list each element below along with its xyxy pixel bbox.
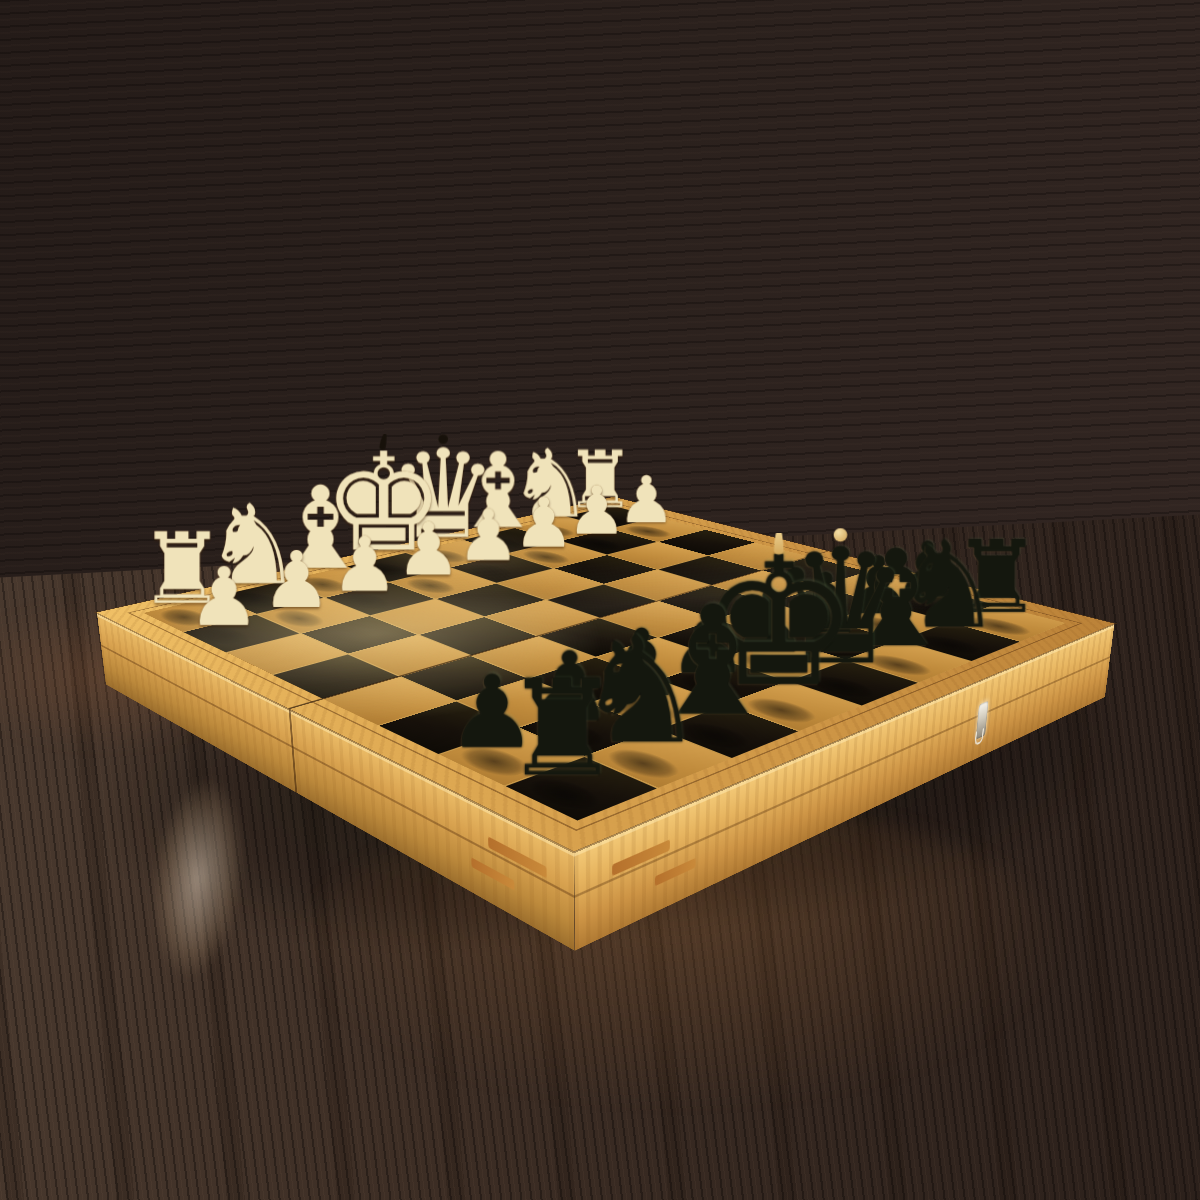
white-pawn[interactable]: ♟ xyxy=(513,489,575,558)
white-pawn[interactable]: ♟ xyxy=(456,500,519,571)
fold-seam-side xyxy=(289,709,298,794)
finger-joint xyxy=(655,858,696,886)
white-pawn[interactable]: ♟ xyxy=(567,478,627,545)
white-pawn[interactable]: ♟ xyxy=(396,513,462,586)
chess-board-scene: ♜♟♟♜♞♟♟♞♝♟♟♝♛♟♟♛♚♟♟♚♝♟♟♝♞♟♟♞♜♟♟♜ xyxy=(0,0,1200,1200)
black-rook[interactable]: ♜ xyxy=(503,662,622,794)
chess-board-box: ♜♟♟♜♞♟♟♞♝♟♟♝♛♟♟♛♚♟♟♚♝♟♟♝♞♟♟♞♜♟♟♜ xyxy=(97,497,1115,852)
white-pawn[interactable]: ♟ xyxy=(187,556,260,637)
white-pawn[interactable]: ♟ xyxy=(331,526,399,602)
photo-stage: ♜♟♟♜♞♟♟♞♝♟♟♝♛♟♟♛♚♟♟♚♝♟♟♝♞♟♟♞♜♟♟♜ xyxy=(0,0,1200,1200)
chess-board: ♜♟♟♜♞♟♟♞♝♟♟♝♛♟♟♛♚♟♟♚♝♟♟♝♞♟♟♞♜♟♟♜ xyxy=(97,497,1115,852)
white-pawn[interactable]: ♟ xyxy=(262,541,332,619)
clasp-hook xyxy=(976,701,989,740)
